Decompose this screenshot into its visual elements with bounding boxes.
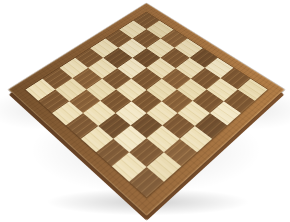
board-layer [0, 0, 290, 222]
product-photo-background [0, 0, 290, 222]
board-grid [25, 12, 267, 197]
chessboard [8, 3, 284, 215]
